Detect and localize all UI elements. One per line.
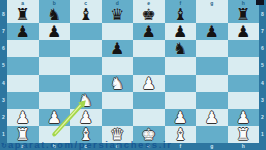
rank-label-right-4: 4 bbox=[259, 75, 266, 92]
corner-dark-mark bbox=[256, 0, 264, 5]
rank-label-right-6: 6 bbox=[259, 40, 266, 57]
piece-black-pawn[interactable]: ♟ bbox=[205, 23, 219, 40]
piece-black-bishop[interactable]: ♝ bbox=[173, 6, 187, 23]
piece-white-pawn[interactable]: ♟ bbox=[79, 109, 93, 126]
square-b2[interactable]: ♟ bbox=[39, 109, 71, 126]
square-d3[interactable] bbox=[102, 92, 134, 109]
square-e8[interactable]: ♚ bbox=[133, 6, 165, 23]
watermark-refresh-icon: ↻ bbox=[1, 142, 7, 149]
square-e3[interactable] bbox=[133, 92, 165, 109]
piece-white-rook[interactable]: ♜ bbox=[236, 126, 250, 143]
square-e4[interactable]: ♟ bbox=[133, 75, 165, 92]
piece-white-knight[interactable]: ♞ bbox=[110, 75, 124, 92]
square-f8[interactable]: ♝ bbox=[165, 6, 197, 23]
square-d6[interactable]: ♟ bbox=[102, 40, 134, 57]
square-b7[interactable]: ♟ bbox=[39, 23, 71, 40]
square-f7[interactable]: ♟ bbox=[165, 23, 197, 40]
chess-board: abcdefgh8♜♞♝♛♚♝♜87♟♟♟♟♟♟76♟♞6554♞♟43♞32♟… bbox=[0, 0, 266, 150]
square-b4[interactable] bbox=[39, 75, 71, 92]
square-d7[interactable] bbox=[102, 23, 134, 40]
chess-app: abcdefgh8♜♞♝♛♚♝♜87♟♟♟♟♟♟76♟♞6554♞♟43♞32♟… bbox=[0, 0, 266, 150]
square-g5[interactable] bbox=[196, 57, 228, 74]
square-h5[interactable] bbox=[228, 57, 260, 74]
rank-label-left-2: 2 bbox=[0, 109, 7, 126]
rank-label-right-1: 1 bbox=[259, 126, 266, 143]
square-f2[interactable]: ♟ bbox=[165, 109, 197, 126]
piece-white-pawn[interactable]: ♟ bbox=[173, 109, 187, 126]
square-a8[interactable]: ♜ bbox=[7, 6, 39, 23]
square-h6[interactable] bbox=[228, 40, 260, 57]
square-e7[interactable]: ♟ bbox=[133, 23, 165, 40]
square-a4[interactable] bbox=[7, 75, 39, 92]
square-g4[interactable] bbox=[196, 75, 228, 92]
square-b6[interactable] bbox=[39, 40, 71, 57]
square-d8[interactable]: ♛ bbox=[102, 6, 134, 23]
square-c3[interactable]: ♞ bbox=[70, 92, 102, 109]
piece-black-rook[interactable]: ♜ bbox=[16, 6, 30, 23]
square-h7[interactable]: ♟ bbox=[228, 23, 260, 40]
square-f4[interactable] bbox=[165, 75, 197, 92]
watermark-text: aparat.com/persianchess.ir bbox=[8, 140, 173, 150]
piece-black-pawn[interactable]: ♟ bbox=[16, 23, 30, 40]
piece-black-pawn[interactable]: ♟ bbox=[173, 23, 187, 40]
square-a7[interactable]: ♟ bbox=[7, 23, 39, 40]
piece-black-knight[interactable]: ♞ bbox=[173, 40, 187, 57]
rank-label-right-7: 7 bbox=[259, 23, 266, 40]
square-a2[interactable]: ♟ bbox=[7, 109, 39, 126]
square-e2[interactable] bbox=[133, 109, 165, 126]
board-corner-bottom-right bbox=[259, 143, 266, 150]
piece-black-pawn[interactable]: ♟ bbox=[236, 23, 250, 40]
piece-white-pawn[interactable]: ♟ bbox=[205, 109, 219, 126]
watermark: ↻ aparat.com/persianchess.ir bbox=[1, 140, 173, 150]
file-label-bottom-g: g bbox=[196, 143, 228, 150]
piece-black-pawn[interactable]: ♟ bbox=[110, 40, 124, 57]
piece-white-pawn[interactable]: ♟ bbox=[236, 109, 250, 126]
square-a6[interactable] bbox=[7, 40, 39, 57]
square-f3[interactable] bbox=[165, 92, 197, 109]
rank-label-right-8: 8 bbox=[259, 6, 266, 23]
piece-white-pawn[interactable]: ♟ bbox=[142, 75, 156, 92]
rank-label-left-3: 3 bbox=[0, 92, 7, 109]
square-c2[interactable]: ♟ bbox=[70, 109, 102, 126]
square-d2[interactable] bbox=[102, 109, 134, 126]
square-e6[interactable] bbox=[133, 40, 165, 57]
square-g7[interactable]: ♟ bbox=[196, 23, 228, 40]
square-g1[interactable] bbox=[196, 126, 228, 143]
square-a3[interactable] bbox=[7, 92, 39, 109]
rank-label-right-3: 3 bbox=[259, 92, 266, 109]
piece-white-pawn[interactable]: ♟ bbox=[16, 109, 30, 126]
rank-label-left-5: 5 bbox=[0, 57, 7, 74]
piece-black-king[interactable]: ♚ bbox=[142, 6, 156, 23]
square-a5[interactable] bbox=[7, 57, 39, 74]
file-label-bottom-h: h bbox=[228, 143, 260, 150]
square-b3[interactable] bbox=[39, 92, 71, 109]
piece-black-pawn[interactable]: ♟ bbox=[47, 23, 61, 40]
square-e5[interactable] bbox=[133, 57, 165, 74]
piece-black-queen[interactable]: ♛ bbox=[110, 6, 124, 23]
piece-black-knight[interactable]: ♞ bbox=[47, 6, 61, 23]
square-h1[interactable]: ♜ bbox=[228, 126, 260, 143]
square-c8[interactable]: ♝ bbox=[70, 6, 102, 23]
square-h8[interactable]: ♜ bbox=[228, 6, 260, 23]
piece-white-knight[interactable]: ♞ bbox=[79, 92, 93, 109]
rank-label-left-6: 6 bbox=[0, 40, 7, 57]
rank-label-left-4: 4 bbox=[0, 75, 7, 92]
square-c4[interactable] bbox=[70, 75, 102, 92]
rank-label-right-2: 2 bbox=[259, 109, 266, 126]
square-d4[interactable]: ♞ bbox=[102, 75, 134, 92]
square-h4[interactable] bbox=[228, 75, 260, 92]
rank-label-left-8: 8 bbox=[0, 6, 7, 23]
square-h2[interactable]: ♟ bbox=[228, 109, 260, 126]
square-c5[interactable] bbox=[70, 57, 102, 74]
square-g8[interactable] bbox=[196, 6, 228, 23]
square-c6[interactable] bbox=[70, 40, 102, 57]
rank-label-right-5: 5 bbox=[259, 57, 266, 74]
square-f5[interactable] bbox=[165, 57, 197, 74]
square-g2[interactable]: ♟ bbox=[196, 109, 228, 126]
square-f6[interactable]: ♞ bbox=[165, 40, 197, 57]
square-g6[interactable] bbox=[196, 40, 228, 57]
square-b8[interactable]: ♞ bbox=[39, 6, 71, 23]
square-c7[interactable] bbox=[70, 23, 102, 40]
square-b5[interactable] bbox=[39, 57, 71, 74]
square-d5[interactable] bbox=[102, 57, 134, 74]
piece-black-pawn[interactable]: ♟ bbox=[142, 23, 156, 40]
piece-white-pawn[interactable]: ♟ bbox=[47, 109, 61, 126]
square-h3[interactable] bbox=[228, 92, 260, 109]
square-g3[interactable] bbox=[196, 92, 228, 109]
piece-black-bishop[interactable]: ♝ bbox=[79, 6, 93, 23]
piece-white-bishop[interactable]: ♝ bbox=[173, 126, 187, 143]
piece-black-rook[interactable]: ♜ bbox=[236, 6, 250, 23]
rank-label-left-7: 7 bbox=[0, 23, 7, 40]
